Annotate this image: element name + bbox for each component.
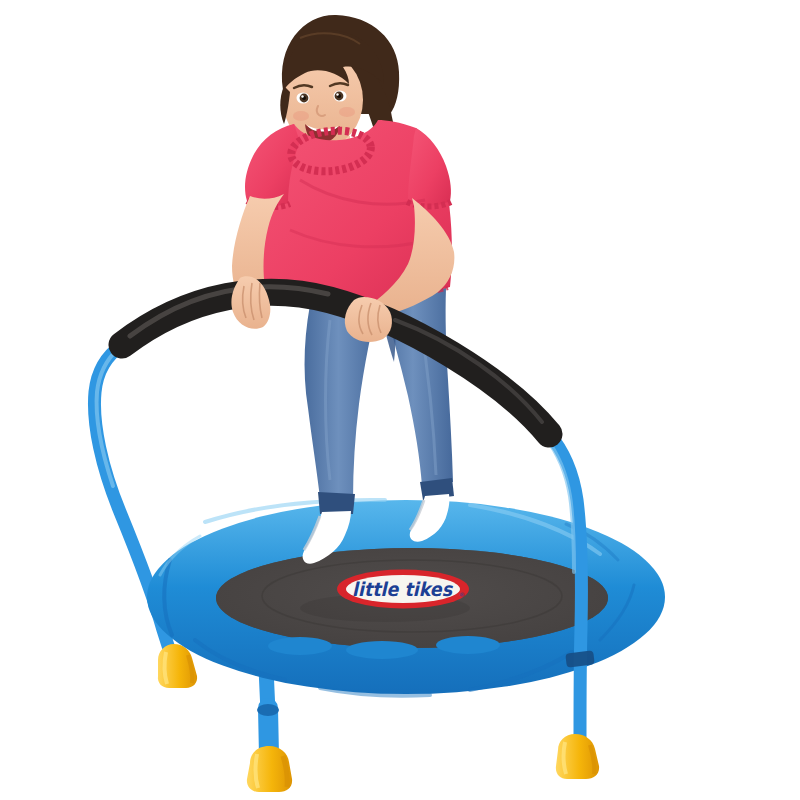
trampoline: little tikes ®	[94, 345, 665, 792]
blush-left	[293, 111, 309, 121]
jean-cuff-left	[318, 492, 355, 514]
middle-leg	[247, 668, 292, 792]
eye-glint-right	[336, 93, 338, 95]
logo-badge: little tikes ®	[337, 570, 469, 609]
pad-inner-bump	[436, 636, 500, 654]
logo-registered-mark: ®	[459, 591, 465, 598]
product-photo-stage: A young girl with brown hair in a ponyta…	[0, 0, 800, 800]
pad-inner-bump	[268, 637, 332, 655]
trampoline-scene: little tikes ®	[0, 0, 800, 800]
sleeve-right	[408, 128, 451, 206]
logo-text: little tikes	[352, 578, 454, 600]
blush-right	[339, 107, 355, 117]
eye-glint-left	[301, 95, 303, 97]
pad-inner-bump	[346, 641, 418, 659]
middle-leg-joint	[257, 704, 279, 716]
